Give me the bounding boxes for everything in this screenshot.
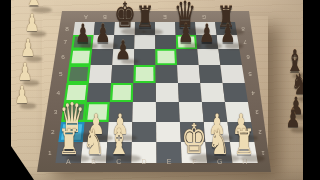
letterbox-right	[303, 0, 320, 180]
piece-black-pawn-c6[interactable]: ♟	[114, 41, 133, 62]
piece-white-knight-b1[interactable]: ♞	[81, 131, 107, 160]
board-pieces: ♚♜♛♜♟♟♟♟♟♟♛♟♟♟♟♜♞♝♚♞♜	[0, 0, 320, 180]
game-screen: AABBCCDDEEFFGGHH1122334455667788 ♝♟♟♟♟♝♞…	[0, 0, 320, 180]
piece-white-knight-g1[interactable]: ♞	[206, 131, 232, 160]
piece-white-bishop-c1[interactable]: ♝	[106, 130, 133, 160]
piece-black-rook-d8[interactable]: ♜	[134, 8, 156, 33]
piece-black-pawn-f7[interactable]: ♟	[177, 26, 196, 47]
letterbox-left	[0, 0, 11, 180]
piece-black-pawn-a7[interactable]: ♟	[73, 26, 92, 47]
piece-white-rook-h1[interactable]: ♜	[231, 131, 257, 160]
piece-black-pawn-h7[interactable]: ♟	[219, 26, 238, 47]
piece-white-rook-a1[interactable]: ♜	[56, 131, 82, 160]
piece-white-king-f1[interactable]: ♚	[179, 126, 209, 160]
piece-black-pawn-g7[interactable]: ♟	[198, 26, 217, 47]
piece-black-pawn-b7[interactable]: ♟	[94, 26, 113, 47]
